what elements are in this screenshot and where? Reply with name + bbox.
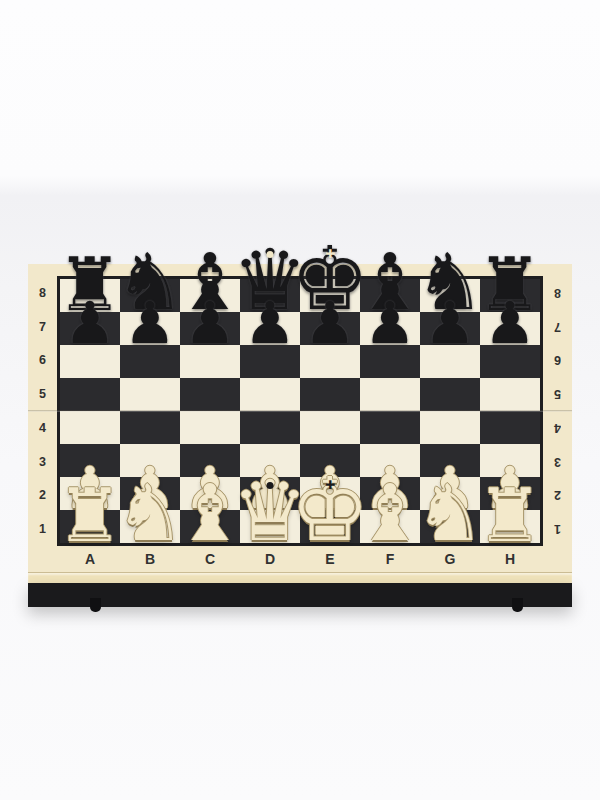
rank-label-right-2: 2: [543, 479, 572, 513]
rank-label-left-1: 1: [28, 512, 57, 546]
square-f1[interactable]: ♝: [360, 510, 420, 543]
rank-label-left-5: 5: [28, 377, 57, 411]
square-h7[interactable]: ♟: [480, 312, 540, 345]
queen-coronet-finial-d1: [267, 482, 274, 489]
square-g6[interactable]: [420, 345, 480, 378]
rank-label-right-6: 6: [543, 344, 572, 378]
square-h1[interactable]: ♜: [480, 510, 540, 543]
rank-label-left-2: 2: [28, 479, 57, 513]
square-f4[interactable]: [360, 411, 420, 444]
square-a1[interactable]: ♜: [60, 510, 120, 543]
rank-labels-left: 87654321: [28, 276, 57, 546]
latch-knob-left: [90, 598, 101, 612]
rank-label-right-7: 7: [543, 310, 572, 344]
square-d5[interactable]: [240, 378, 300, 411]
square-a7[interactable]: ♟: [60, 312, 120, 345]
white-rook-a1[interactable]: ♜: [57, 478, 123, 552]
square-g4[interactable]: [420, 411, 480, 444]
rank-label-left-7: 7: [28, 310, 57, 344]
queen-coronet-finial-d8: [267, 251, 274, 258]
white-knight-g1[interactable]: ♞: [415, 474, 485, 552]
folding-box-side: [28, 583, 572, 607]
white-rook-h1[interactable]: ♜: [477, 478, 543, 552]
latch-knob-right: [512, 598, 523, 612]
square-d6[interactable]: [240, 345, 300, 378]
square-h5[interactable]: [480, 378, 540, 411]
black-pawn-h7[interactable]: ♟: [484, 294, 536, 352]
rank-label-left-3: 3: [28, 445, 57, 479]
black-pawn-d7[interactable]: ♟: [244, 294, 296, 352]
board-front-edge: [28, 572, 572, 583]
square-b1[interactable]: ♞: [120, 510, 180, 543]
square-c7[interactable]: ♟: [180, 312, 240, 345]
square-f6[interactable]: [360, 345, 420, 378]
square-e4[interactable]: [300, 411, 360, 444]
chessboard: 87654321 ♜♞♝♛♚✚♝♞♜♟♟♟♟♟♟♟♟♟♟♟♟♟♟♟♟♜♞♝♛♚✚…: [28, 264, 572, 607]
board-grid: ♜♞♝♛♚✚♝♞♜♟♟♟♟♟♟♟♟♟♟♟♟♟♟♟♟♜♞♝♛♚✚♝♞♜: [57, 276, 543, 546]
king-cross-finial-e8: ✚: [325, 248, 335, 260]
square-f7[interactable]: ♟: [360, 312, 420, 345]
rank-label-right-8: 8: [543, 276, 572, 310]
rank-labels-right: 87654321: [543, 276, 572, 546]
square-g1[interactable]: ♞: [420, 510, 480, 543]
square-c4[interactable]: [180, 411, 240, 444]
square-h4[interactable]: [480, 411, 540, 444]
square-g5[interactable]: [420, 378, 480, 411]
square-c5[interactable]: [180, 378, 240, 411]
rank-label-right-4: 4: [543, 411, 572, 445]
king-cross-finial-e1: ✚: [325, 479, 335, 491]
square-d4[interactable]: [240, 411, 300, 444]
square-b6[interactable]: [120, 345, 180, 378]
square-h6[interactable]: [480, 345, 540, 378]
square-c1[interactable]: ♝: [180, 510, 240, 543]
rank-label-left-8: 8: [28, 276, 57, 310]
black-pawn-e7[interactable]: ♟: [304, 294, 356, 352]
square-e6[interactable]: [300, 345, 360, 378]
square-f5[interactable]: [360, 378, 420, 411]
square-b5[interactable]: [120, 378, 180, 411]
rank-label-right-1: 1: [543, 512, 572, 546]
square-b7[interactable]: ♟: [120, 312, 180, 345]
rank-label-right-5: 5: [543, 377, 572, 411]
square-b4[interactable]: [120, 411, 180, 444]
black-pawn-c7[interactable]: ♟: [184, 294, 236, 352]
square-d7[interactable]: ♟: [240, 312, 300, 345]
black-pawn-a7[interactable]: ♟: [64, 294, 116, 352]
rank-label-left-6: 6: [28, 344, 57, 378]
black-pawn-g7[interactable]: ♟: [424, 294, 476, 352]
square-e5[interactable]: [300, 378, 360, 411]
square-e1[interactable]: ♚✚: [300, 510, 360, 543]
black-pawn-f7[interactable]: ♟: [364, 294, 416, 352]
square-a6[interactable]: [60, 345, 120, 378]
photo-stage: 87654321 ♜♞♝♛♚✚♝♞♜♟♟♟♟♟♟♟♟♟♟♟♟♟♟♟♟♜♞♝♛♚✚…: [0, 0, 600, 800]
square-g7[interactable]: ♟: [420, 312, 480, 345]
rank-label-right-3: 3: [543, 445, 572, 479]
square-a4[interactable]: [60, 411, 120, 444]
black-pawn-b7[interactable]: ♟: [124, 294, 176, 352]
square-e7[interactable]: ♟: [300, 312, 360, 345]
rank-label-left-4: 4: [28, 411, 57, 445]
square-c6[interactable]: [180, 345, 240, 378]
square-a5[interactable]: [60, 378, 120, 411]
